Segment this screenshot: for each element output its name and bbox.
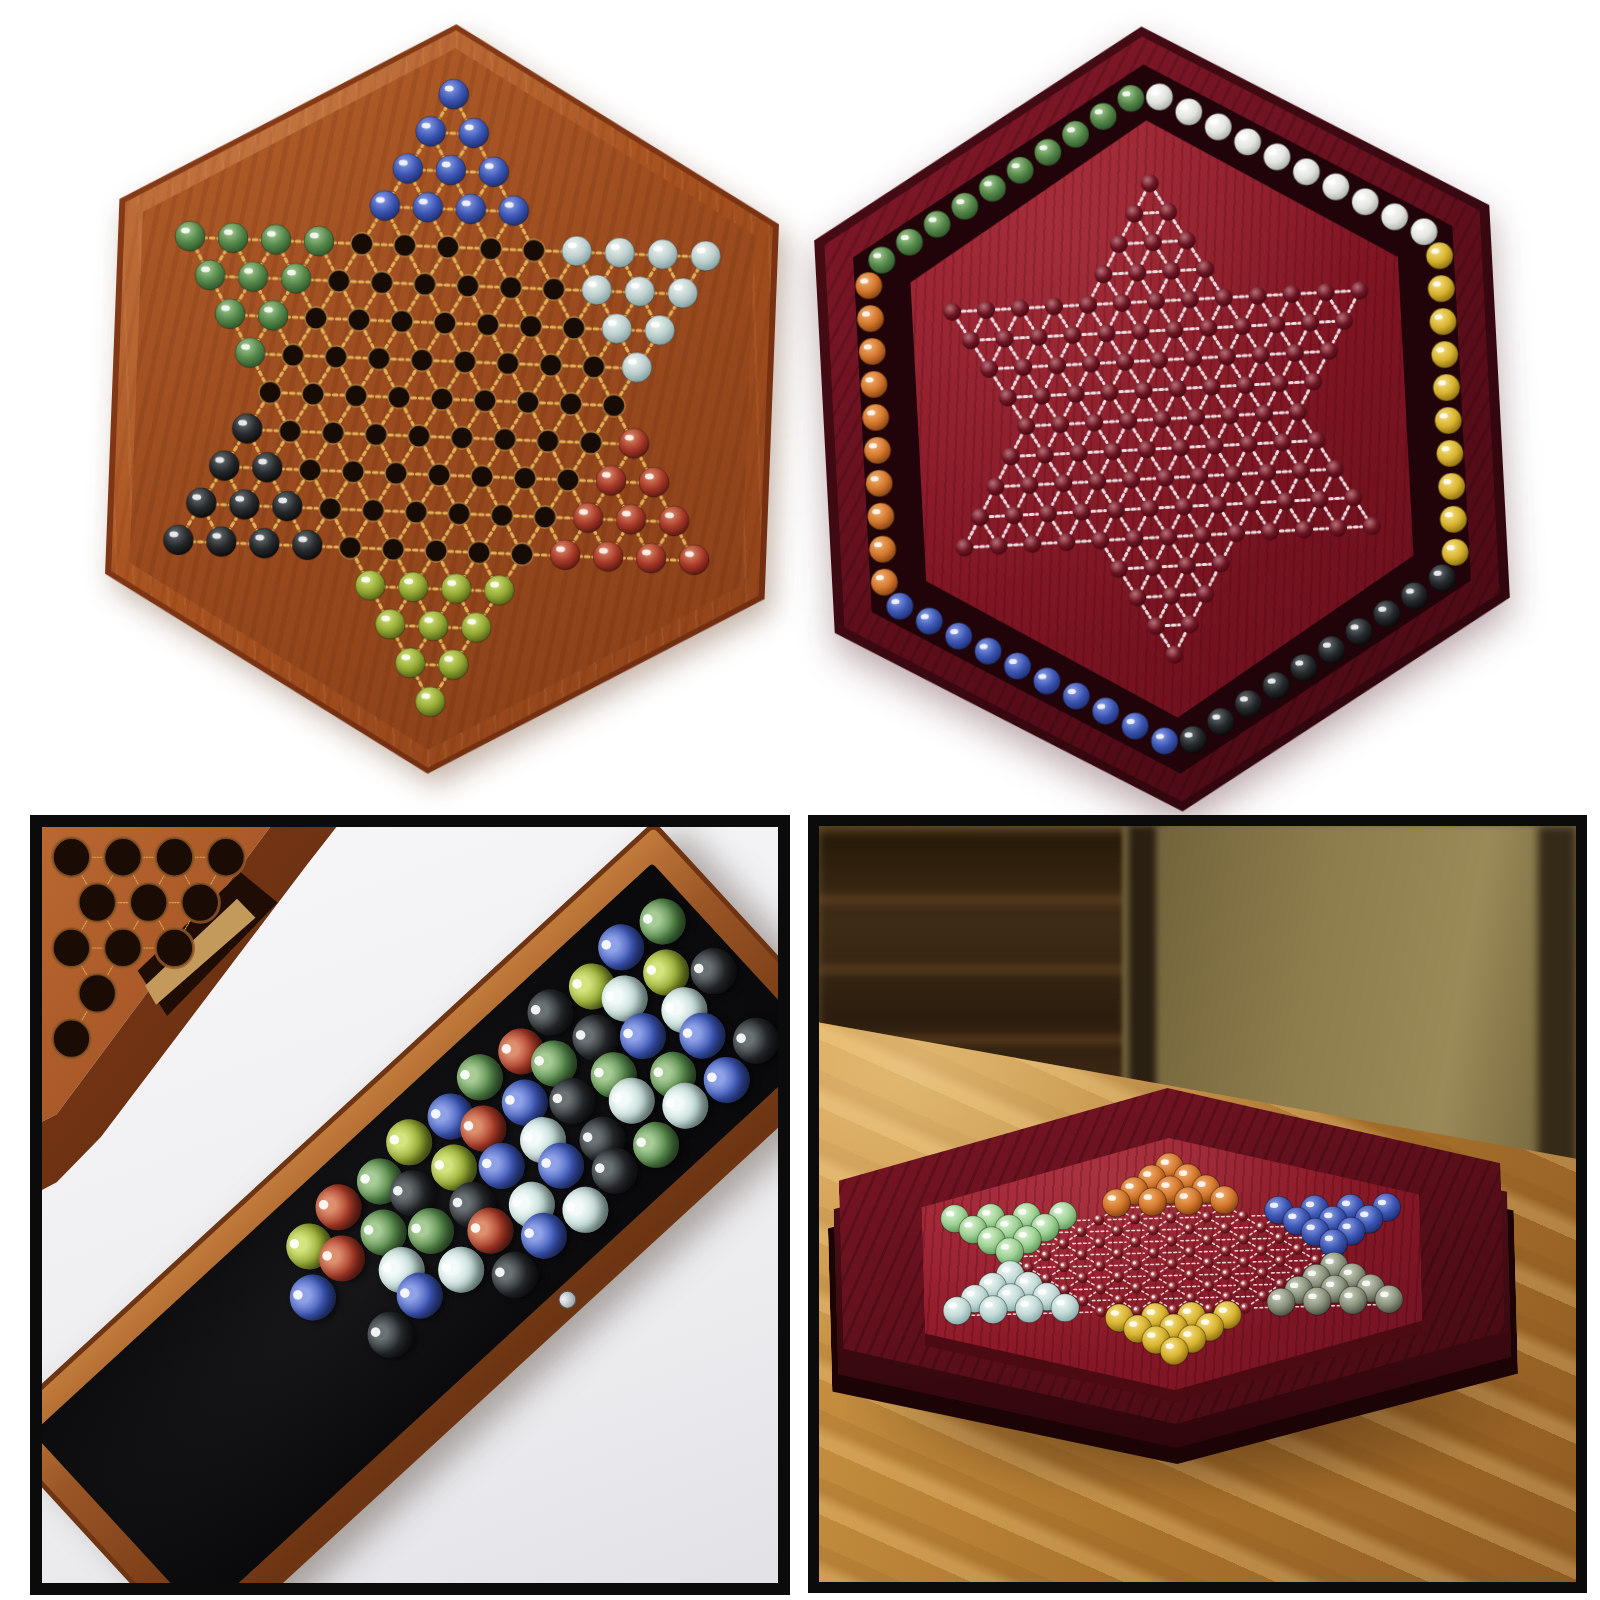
marble-smoke-gray (1375, 1285, 1404, 1314)
marble-orange (856, 304, 884, 332)
board-hole (1147, 1224, 1158, 1235)
board-hole (1310, 490, 1329, 509)
board-hole (943, 302, 962, 321)
board-hole (1020, 476, 1039, 495)
board-hole (1125, 204, 1144, 223)
board-hole (1242, 493, 1261, 512)
board-hole (1011, 299, 1030, 318)
board-hole (454, 350, 477, 373)
marble-smoke-gray (1267, 1288, 1296, 1317)
product-collage (0, 0, 1600, 1600)
board-hole (1001, 447, 1020, 466)
marble-yellow-green (375, 609, 406, 640)
marble-clear-blue (1015, 1294, 1044, 1323)
board-hole (534, 506, 557, 529)
board-hole (1162, 586, 1181, 605)
marble-blue (1003, 652, 1031, 680)
board-hole (322, 421, 345, 444)
board-hole (1165, 645, 1184, 664)
marble-smoke-gray (1339, 1286, 1368, 1315)
board-hole (1063, 326, 1082, 345)
board-hole (1183, 349, 1202, 368)
board-hole (559, 393, 582, 416)
marble-yellow (1436, 439, 1464, 467)
marble-orange (867, 502, 895, 530)
board-hole (1307, 431, 1326, 450)
marble-green (215, 298, 246, 329)
board-hole (1095, 1283, 1106, 1294)
marble-black (292, 529, 323, 560)
board-hole (1203, 1280, 1214, 1291)
marble-green (258, 300, 289, 331)
board-hole (986, 477, 1005, 496)
board-hole (365, 423, 388, 446)
board-hole (539, 354, 562, 377)
board-hole (1233, 317, 1252, 336)
marble-black (1373, 600, 1401, 628)
board-hole (1051, 415, 1070, 434)
board-hole (299, 459, 322, 482)
board-hole (448, 502, 471, 525)
board-hole (1149, 1270, 1160, 1281)
marble-red (658, 505, 689, 536)
marble-red (638, 467, 669, 498)
board-hole (348, 308, 371, 331)
board-hole (1085, 413, 1104, 432)
marble-pale-blue (644, 315, 675, 346)
board-hole (1100, 383, 1119, 402)
board-hole (368, 347, 391, 370)
marble-orange (1174, 1187, 1203, 1216)
board-hole (1131, 1282, 1142, 1293)
board-hole (1335, 311, 1354, 330)
board-hole (1058, 1261, 1069, 1272)
board-hole (1316, 283, 1335, 302)
board-hole (1344, 488, 1363, 507)
marble-black (1179, 725, 1207, 753)
marble-green (303, 226, 334, 257)
board-hole (1239, 1279, 1250, 1290)
marble-clear-white (1322, 173, 1350, 201)
board-hole (1236, 376, 1255, 395)
board-hole (1328, 518, 1347, 537)
board-hole (1137, 440, 1156, 459)
marble-yellow-green (418, 610, 449, 641)
board-hole (989, 536, 1008, 555)
board-hole (1301, 313, 1320, 332)
marble-clear-blue (1051, 1293, 1080, 1322)
board-hole (955, 538, 974, 557)
marble-orange (1138, 1188, 1167, 1217)
marble-red (635, 543, 666, 574)
marble-yellow (1427, 275, 1455, 303)
board-hole (980, 360, 999, 379)
marble-black (1262, 671, 1290, 699)
board-hole (1091, 531, 1110, 550)
marble-pale-blue (601, 313, 632, 344)
board-hole (522, 239, 545, 262)
board-hole (1130, 1236, 1141, 1247)
marble-black (209, 450, 240, 481)
board-hole (78, 883, 116, 922)
marble-smoke-gray (1303, 1287, 1332, 1316)
board-hole (970, 508, 989, 527)
marble-yellow (1425, 242, 1453, 270)
board-hole (155, 838, 193, 877)
marble-orange (1102, 1189, 1131, 1218)
marble-clear-white (1175, 98, 1203, 126)
board-hole (1130, 1259, 1141, 1270)
board-hole (1183, 1223, 1194, 1234)
marble-blue (412, 192, 443, 223)
board-hole (181, 883, 219, 922)
board-hole (1077, 1272, 1088, 1283)
marble-red (595, 465, 626, 496)
board-hole (388, 386, 411, 409)
marble-pale-blue (561, 236, 592, 267)
board-hole (1156, 468, 1175, 487)
board-hole (1094, 1260, 1105, 1271)
marble-clear-white (1380, 203, 1408, 231)
board-hole (496, 352, 519, 375)
board-hole (1159, 527, 1178, 546)
board-hole (995, 329, 1014, 348)
marble-black (186, 487, 217, 518)
board-hole (602, 394, 625, 417)
marble-orange (860, 370, 888, 398)
board-hole (325, 345, 348, 368)
marble-yellow (1438, 472, 1466, 500)
board-hole (1004, 506, 1023, 525)
marble-red (618, 428, 649, 459)
board-hole (471, 465, 494, 488)
board-hole (1159, 202, 1178, 221)
board-hole (1295, 520, 1314, 539)
marble-green (1006, 156, 1034, 184)
marble-yellow (1429, 307, 1457, 335)
board-hole (1276, 492, 1295, 511)
marble-yellow (1434, 406, 1462, 434)
board-hole (385, 462, 408, 485)
board-hole (1109, 235, 1128, 254)
board-hole (1075, 1226, 1086, 1237)
marble-clear-white (1410, 218, 1438, 246)
marble-green (868, 246, 896, 274)
board-hole (1288, 402, 1307, 421)
board-hole (431, 388, 454, 411)
board-hole (1196, 260, 1215, 279)
board-hole (1148, 1247, 1159, 1258)
board-hole (1205, 436, 1224, 455)
board-hole (1057, 533, 1076, 552)
board-hole (494, 428, 517, 451)
board-hole (1224, 465, 1243, 484)
board-hole (542, 278, 565, 301)
marble-blue (392, 153, 423, 184)
board-hole (456, 274, 479, 297)
board-hole (1166, 1235, 1177, 1246)
board-hole (1058, 1238, 1069, 1249)
marble-green (1117, 84, 1145, 112)
photo-storage-drawer (30, 815, 790, 1595)
board-hole (557, 468, 580, 491)
board-hole (1131, 322, 1150, 341)
board-hole (1196, 585, 1215, 604)
marble-green (923, 210, 951, 238)
board-hole (391, 310, 414, 333)
board-hole (514, 467, 537, 490)
board-hole (1325, 460, 1344, 479)
board-hole (1111, 1225, 1122, 1236)
marble-blue (455, 193, 486, 224)
board-hole (434, 312, 457, 335)
board-hole (1292, 1244, 1303, 1255)
marble-black (1345, 618, 1373, 646)
board-hole (1274, 1233, 1285, 1244)
board-hole (468, 541, 491, 564)
board-hole (282, 344, 305, 367)
board-hole (1143, 233, 1162, 252)
board-hole (1109, 560, 1128, 579)
marble-yellow-green (441, 573, 472, 604)
board-hole (1129, 1213, 1140, 1224)
board-hole (1166, 1258, 1177, 1269)
star-hole-grid (822, 1055, 1522, 1473)
marble-orange (863, 436, 891, 464)
marble-yellow-green (395, 647, 426, 678)
board-hole (1140, 499, 1159, 518)
board-hole (436, 236, 459, 259)
board-hole (537, 430, 560, 453)
board-hole (1168, 379, 1187, 398)
board-hole (517, 391, 540, 414)
board-hole (1267, 315, 1286, 334)
board-hole (1040, 1250, 1051, 1261)
board-hole (342, 460, 365, 483)
board-hole (474, 389, 497, 412)
marble-orange (862, 403, 890, 431)
marble-black (1234, 689, 1262, 717)
board-hole (1261, 522, 1280, 541)
marble-yellow-green (484, 575, 515, 606)
chinese-checkers-board (98, 12, 786, 787)
board-hole (1146, 292, 1165, 311)
marble-green (1034, 138, 1062, 166)
board-hole (1143, 558, 1162, 577)
marble-black (252, 452, 283, 483)
board-hole (1350, 281, 1369, 300)
board-hole (1113, 1271, 1124, 1282)
board-hole (1035, 445, 1054, 464)
board-hole (1180, 615, 1199, 634)
marble-clear-white (1233, 128, 1261, 156)
board-hole (1201, 1211, 1212, 1222)
star-hole-grid (804, 9, 1520, 829)
board-hole (479, 237, 502, 260)
board-hole (1202, 1257, 1213, 1268)
marble-green (237, 261, 268, 292)
marble-green (217, 222, 248, 253)
board-hole (130, 883, 168, 922)
marble-blue (438, 79, 469, 110)
marble-black (1428, 564, 1456, 592)
board-hole (1134, 381, 1153, 400)
marble-blue (415, 116, 446, 147)
board-hole (1227, 524, 1246, 543)
board-hole (328, 270, 351, 293)
board-hole (1257, 463, 1276, 482)
board-hole (1162, 261, 1181, 280)
marble-green (978, 174, 1006, 202)
board-hole (1211, 554, 1230, 573)
marble-blue (915, 607, 943, 635)
board-hole (207, 838, 245, 877)
marble-black (229, 489, 260, 520)
board-hole (1017, 417, 1036, 436)
board-hole (1184, 1246, 1195, 1257)
board-hole (1220, 406, 1239, 425)
board-hole (1239, 435, 1258, 454)
marble-pale-blue (621, 352, 652, 383)
board-hole (491, 504, 514, 527)
marble-orange (868, 535, 896, 563)
board-hole (1273, 433, 1292, 452)
board-hole (1088, 472, 1107, 491)
board-hole (1146, 617, 1165, 636)
board-hole (1171, 438, 1190, 457)
board-hole (1097, 324, 1116, 343)
board-hole (362, 499, 385, 522)
board-hole (1140, 174, 1159, 193)
board-hole (1094, 1237, 1105, 1248)
marble-green (1089, 102, 1117, 130)
board-hole (382, 538, 405, 561)
marble-black (1207, 707, 1235, 735)
board-hole (1106, 501, 1125, 520)
board-hole (405, 501, 428, 524)
board-hole (562, 317, 585, 340)
marble-blue (369, 190, 400, 221)
marble-red (550, 539, 581, 570)
board-hole (1149, 351, 1168, 370)
board-hole (1274, 1256, 1285, 1267)
board-hole (1112, 1248, 1123, 1259)
board-hole (1255, 1222, 1266, 1233)
marble-clear-white (1204, 113, 1232, 141)
marble-green (174, 221, 205, 252)
board-hole (476, 313, 499, 336)
board-hole (1023, 534, 1042, 553)
board-hole (1112, 293, 1131, 312)
marble-blue (945, 622, 973, 650)
marble-green (235, 337, 266, 368)
marble-yellow (1439, 505, 1467, 533)
marble-blue (435, 155, 466, 186)
board-hole (428, 464, 451, 487)
marble-yellow (1441, 538, 1469, 566)
board-hole (1220, 1245, 1231, 1256)
board-hole (1319, 342, 1338, 361)
marble-yellow-green (438, 649, 469, 680)
marble-pale-blue (604, 237, 635, 268)
marble-red (615, 504, 646, 535)
board-hole (411, 349, 434, 372)
board-hole (1069, 443, 1088, 462)
marble-black (163, 524, 194, 555)
board-hole (408, 425, 431, 448)
marble-black (232, 413, 263, 444)
marble-blue (498, 195, 529, 226)
board-hole (78, 974, 116, 1013)
board-hole (1190, 467, 1209, 486)
board-hole (1217, 347, 1236, 366)
marble-clear-blue (943, 1296, 972, 1325)
marble-blue (974, 637, 1002, 665)
board-hole (1153, 410, 1172, 429)
marble-yellow (1432, 373, 1460, 401)
star-hole-grid (98, 12, 786, 787)
board-hole (1238, 1233, 1249, 1244)
board-hole (451, 426, 474, 449)
board-hole (1237, 1210, 1248, 1221)
marble-yellow (1431, 340, 1459, 368)
marble-green (195, 259, 226, 290)
marble-clear-white (1145, 83, 1173, 111)
marble-green (260, 224, 291, 255)
board-hole (1032, 386, 1051, 405)
marble-pale-blue (647, 239, 678, 270)
marble-red (572, 502, 603, 533)
board-hole (1078, 295, 1097, 314)
marble-yellow-green (355, 570, 386, 601)
board-hole (1094, 265, 1113, 284)
board-hole (1165, 320, 1184, 339)
marble-orange (870, 568, 898, 596)
board-hole (1219, 1222, 1230, 1233)
marble-green (1061, 120, 1089, 148)
board-hole (1125, 529, 1144, 548)
board-hole (1186, 408, 1205, 427)
board-hole (1048, 356, 1067, 375)
marble-pale-blue (624, 276, 655, 307)
board-hole (302, 383, 325, 406)
marble-black (206, 526, 237, 557)
board-hole (1362, 517, 1381, 536)
board-hole (259, 381, 282, 404)
board-hole (1254, 404, 1273, 423)
marble-black (1317, 636, 1345, 664)
board-hole (1165, 1212, 1176, 1223)
marble-black (272, 491, 303, 522)
marble-blue (1062, 682, 1090, 710)
board-hole (519, 315, 542, 338)
marble-green (895, 228, 923, 256)
marble-blue (458, 117, 489, 148)
marble-blue (886, 592, 914, 620)
board-hole (345, 384, 368, 407)
board-hole (1045, 297, 1064, 316)
board-hole (580, 431, 603, 454)
board-hole (104, 928, 142, 967)
marble-pale-blue (581, 274, 612, 305)
board-hole (1167, 1281, 1178, 1292)
board-hole (1072, 502, 1091, 521)
board-hole (1128, 588, 1147, 607)
board-hole (1291, 461, 1310, 480)
board-hole (977, 301, 996, 320)
board-hole (339, 536, 362, 559)
marble-yellow-green (398, 571, 429, 602)
